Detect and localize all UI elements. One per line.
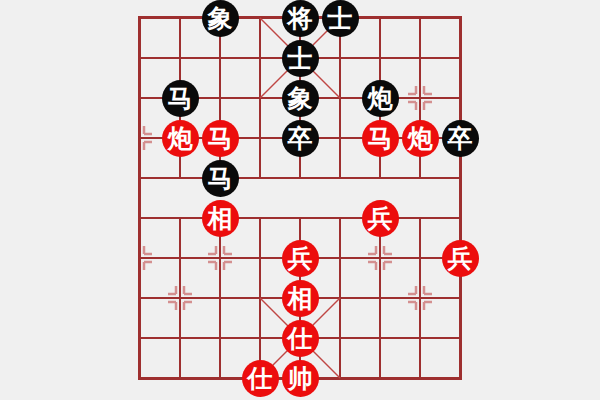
piece-red-elephant[interactable]: 相 xyxy=(202,200,239,237)
intersection xyxy=(440,38,480,78)
intersection: 士 xyxy=(280,38,320,78)
intersection xyxy=(240,118,280,158)
intersection xyxy=(360,158,400,198)
intersection xyxy=(320,318,360,358)
xiangqi-board: 象将士士马象炮炮马卒马炮卒马相兵兵兵相仕仕帅 xyxy=(0,0,600,400)
intersection xyxy=(320,358,360,398)
intersection xyxy=(360,238,400,278)
intersection xyxy=(440,78,480,118)
intersection: 兵 xyxy=(360,198,400,238)
intersection xyxy=(160,238,200,278)
intersection xyxy=(120,158,160,198)
intersection xyxy=(400,0,440,38)
intersection xyxy=(240,318,280,358)
intersection xyxy=(400,278,440,318)
intersection xyxy=(120,278,160,318)
piece-black-horse[interactable]: 马 xyxy=(202,160,239,197)
intersection xyxy=(160,38,200,78)
intersection xyxy=(320,38,360,78)
intersection xyxy=(400,358,440,398)
piece-black-cannon[interactable]: 炮 xyxy=(362,80,399,117)
intersection xyxy=(320,198,360,238)
intersection xyxy=(200,78,240,118)
intersection xyxy=(280,198,320,238)
intersection xyxy=(200,238,240,278)
piece-red-horse[interactable]: 马 xyxy=(202,120,239,157)
intersection xyxy=(120,118,160,158)
intersection xyxy=(280,158,320,198)
intersection xyxy=(440,0,480,38)
intersection: 士 xyxy=(320,0,360,38)
intersection xyxy=(240,0,280,38)
piece-black-advisor[interactable]: 士 xyxy=(322,0,359,37)
piece-red-advisor[interactable]: 仕 xyxy=(242,360,279,397)
piece-black-soldier[interactable]: 卒 xyxy=(282,120,319,157)
intersection xyxy=(160,0,200,38)
intersection: 马 xyxy=(160,78,200,118)
intersection xyxy=(120,238,160,278)
piece-black-horse[interactable]: 马 xyxy=(162,80,199,117)
intersection xyxy=(400,78,440,118)
intersection: 炮 xyxy=(400,118,440,158)
intersection xyxy=(440,358,480,398)
piece-red-soldier[interactable]: 兵 xyxy=(442,240,479,277)
piece-black-advisor[interactable]: 士 xyxy=(282,40,319,77)
piece-red-horse[interactable]: 马 xyxy=(362,120,399,157)
intersection: 帅 xyxy=(280,358,320,398)
intersection xyxy=(320,238,360,278)
piece-red-general[interactable]: 帅 xyxy=(282,360,319,397)
intersection xyxy=(400,198,440,238)
intersection xyxy=(160,358,200,398)
intersection xyxy=(360,358,400,398)
piece-grid: 象将士士马象炮炮马卒马炮卒马相兵兵兵相仕仕帅 xyxy=(120,0,480,398)
intersection xyxy=(440,198,480,238)
intersection: 将 xyxy=(280,0,320,38)
intersection xyxy=(400,318,440,358)
intersection xyxy=(160,158,200,198)
piece-black-elephant[interactable]: 象 xyxy=(282,80,319,117)
intersection xyxy=(400,238,440,278)
intersection: 相 xyxy=(200,198,240,238)
intersection xyxy=(360,278,400,318)
intersection: 兵 xyxy=(440,238,480,278)
piece-red-advisor[interactable]: 仕 xyxy=(282,320,319,357)
intersection xyxy=(200,38,240,78)
intersection: 炮 xyxy=(160,118,200,158)
intersection: 卒 xyxy=(280,118,320,158)
intersection xyxy=(120,358,160,398)
intersection xyxy=(440,278,480,318)
intersection xyxy=(240,78,280,118)
intersection: 象 xyxy=(200,0,240,38)
intersection xyxy=(120,318,160,358)
piece-red-soldier[interactable]: 兵 xyxy=(282,240,319,277)
intersection xyxy=(120,0,160,38)
piece-black-general[interactable]: 将 xyxy=(282,0,319,37)
intersection xyxy=(360,318,400,358)
intersection: 相 xyxy=(280,278,320,318)
intersection: 卒 xyxy=(440,118,480,158)
intersection xyxy=(320,158,360,198)
intersection xyxy=(240,238,280,278)
intersection xyxy=(160,198,200,238)
intersection: 兵 xyxy=(280,238,320,278)
piece-black-elephant[interactable]: 象 xyxy=(202,0,239,37)
intersection: 炮 xyxy=(360,78,400,118)
piece-red-soldier[interactable]: 兵 xyxy=(362,200,399,237)
intersection xyxy=(320,118,360,158)
intersection xyxy=(200,278,240,318)
intersection: 马 xyxy=(200,118,240,158)
intersection xyxy=(120,38,160,78)
intersection xyxy=(360,38,400,78)
intersection xyxy=(200,318,240,358)
intersection: 仕 xyxy=(240,358,280,398)
intersection xyxy=(400,38,440,78)
intersection xyxy=(240,158,280,198)
piece-black-soldier[interactable]: 卒 xyxy=(442,120,479,157)
intersection: 仕 xyxy=(280,318,320,358)
intersection xyxy=(240,278,280,318)
intersection xyxy=(400,158,440,198)
intersection xyxy=(160,318,200,358)
intersection xyxy=(240,198,280,238)
intersection xyxy=(320,278,360,318)
intersection xyxy=(120,78,160,118)
intersection xyxy=(320,78,360,118)
intersection xyxy=(120,198,160,238)
piece-red-cannon[interactable]: 炮 xyxy=(162,120,199,157)
intersection xyxy=(440,318,480,358)
intersection: 马 xyxy=(360,118,400,158)
intersection: 马 xyxy=(200,158,240,198)
intersection xyxy=(200,358,240,398)
intersection xyxy=(360,0,400,38)
piece-red-elephant[interactable]: 相 xyxy=(282,280,319,317)
intersection xyxy=(160,278,200,318)
piece-red-cannon[interactable]: 炮 xyxy=(402,120,439,157)
intersection: 象 xyxy=(280,78,320,118)
intersection xyxy=(440,158,480,198)
intersection xyxy=(240,38,280,78)
